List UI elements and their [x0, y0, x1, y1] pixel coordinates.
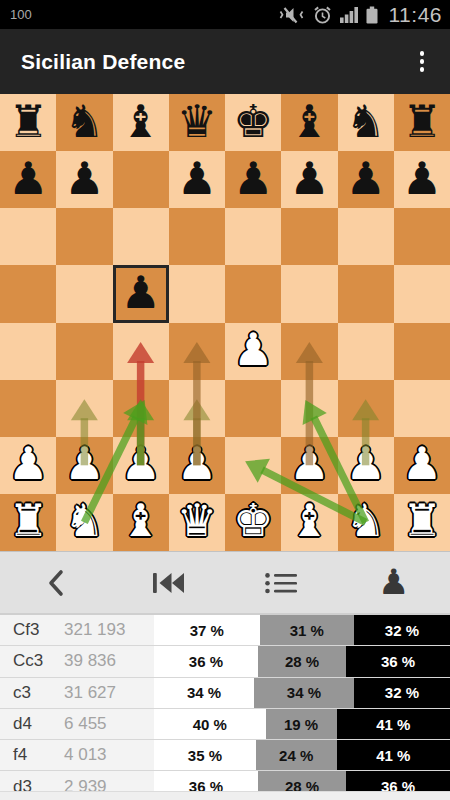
- win-percent: 34 %: [154, 678, 254, 708]
- result-bars: 37 %31 %32 %: [154, 615, 450, 645]
- white-bishop: ♝: [120, 498, 160, 543]
- square-e2[interactable]: [225, 437, 281, 494]
- white-knight: ♞: [64, 498, 104, 543]
- square-h3[interactable]: [394, 380, 450, 437]
- status-icons: 11:46: [278, 3, 443, 27]
- draw-percent: 19 %: [266, 709, 337, 739]
- games-count: 4 013: [64, 740, 154, 770]
- square-g6[interactable]: [338, 208, 394, 265]
- black-pawn: ♟: [233, 156, 273, 201]
- black-knight: ♞: [345, 99, 385, 144]
- white-pawn: ♟: [233, 327, 273, 372]
- square-h7[interactable]: ♟: [394, 151, 450, 208]
- square-f4[interactable]: [281, 323, 337, 380]
- move-list-button[interactable]: [225, 552, 338, 613]
- white-pawn: ♟: [8, 441, 48, 486]
- moves-table: Cf3321 19337 %31 %32 %Cc339 83636 %28 %3…: [0, 615, 450, 800]
- square-h4[interactable]: [394, 323, 450, 380]
- table-row-Cc3[interactable]: Cc339 83636 %28 %36 %: [0, 646, 450, 677]
- square-g1[interactable]: ♞: [338, 494, 394, 551]
- bottom-strip: [0, 791, 450, 800]
- square-b1[interactable]: ♞: [56, 494, 112, 551]
- black-bishop: ♝: [289, 99, 329, 144]
- draw-percent: 31 %: [260, 615, 354, 645]
- white-pawn: ♟: [345, 441, 385, 486]
- battery-icon: [366, 6, 378, 24]
- white-knight: ♞: [345, 498, 385, 543]
- games-count: 39 836: [64, 646, 154, 676]
- win-percent: 35 %: [154, 740, 256, 770]
- black-pawn: ♟: [64, 156, 104, 201]
- square-b7[interactable]: ♟: [56, 151, 112, 208]
- square-d6[interactable]: [169, 208, 225, 265]
- vibrate-muted-icon: [278, 5, 305, 25]
- result-bars: 35 %24 %41 %: [154, 740, 450, 770]
- square-g5[interactable]: [338, 265, 394, 322]
- games-count: 31 627: [64, 678, 154, 708]
- black-knight: ♞: [64, 99, 104, 144]
- screen: 100 11:: [0, 0, 450, 800]
- square-c1[interactable]: ♝: [113, 494, 169, 551]
- square-f5[interactable]: [281, 265, 337, 322]
- draw-percent: 24 %: [256, 740, 337, 770]
- back-button[interactable]: [0, 552, 113, 613]
- square-a4[interactable]: [0, 323, 56, 380]
- black-pawn: ♟: [289, 156, 329, 201]
- overflow-menu-icon: [420, 51, 425, 56]
- table-row-d4[interactable]: d46 45540 %19 %41 %: [0, 709, 450, 740]
- games-count: 6 455: [64, 709, 154, 739]
- loss-percent: 32 %: [354, 615, 450, 645]
- white-rook: ♜: [8, 498, 48, 543]
- square-c3[interactable]: [113, 380, 169, 437]
- square-h8[interactable]: ♜: [394, 94, 450, 151]
- white-pawn: ♟: [289, 441, 329, 486]
- square-a3[interactable]: [0, 380, 56, 437]
- square-e5[interactable]: [225, 265, 281, 322]
- square-d2[interactable]: ♟: [169, 437, 225, 494]
- square-h1[interactable]: ♜: [394, 494, 450, 551]
- app-bar: Sicilian Defence: [0, 29, 450, 94]
- status-bar: 100 11:: [0, 0, 450, 29]
- bulleted-list-icon: [264, 570, 298, 596]
- square-h5[interactable]: [394, 265, 450, 322]
- move-label: d4: [0, 709, 64, 739]
- move-label: Cf3: [0, 615, 64, 645]
- square-a2[interactable]: ♟: [0, 437, 56, 494]
- black-king: ♚: [233, 99, 273, 144]
- square-f2[interactable]: ♟: [281, 437, 337, 494]
- square-f6[interactable]: [281, 208, 337, 265]
- battery-percent-text: 100: [10, 7, 32, 22]
- square-e6[interactable]: [225, 208, 281, 265]
- black-pawn-icon: ♟: [378, 565, 409, 600]
- square-c5[interactable]: ♟: [113, 265, 169, 322]
- square-d3[interactable]: [169, 380, 225, 437]
- square-g8[interactable]: ♞: [338, 94, 394, 151]
- square-c6[interactable]: [113, 208, 169, 265]
- white-rook: ♜: [402, 498, 442, 543]
- square-c7[interactable]: [113, 151, 169, 208]
- square-d4[interactable]: [169, 323, 225, 380]
- games-count: 321 193: [64, 615, 154, 645]
- board-squares: ♜♞♝♛♚♝♞♜♟♟♟♟♟♟♟♟♟♟♟♟♟♟♟♟♜♞♝♛♚♝♞♜: [0, 94, 450, 551]
- move-label: c3: [0, 678, 64, 708]
- result-bars: 36 %28 %36 %: [154, 646, 450, 676]
- alarm-icon: [312, 5, 333, 25]
- skip-to-start-icon: [150, 570, 187, 596]
- square-e8[interactable]: ♚: [225, 94, 281, 151]
- loss-percent: 41 %: [337, 740, 450, 770]
- square-c2[interactable]: ♟: [113, 437, 169, 494]
- win-percent: 40 %: [154, 709, 266, 739]
- square-g2[interactable]: ♟: [338, 437, 394, 494]
- table-row-f4[interactable]: f44 01335 %24 %41 %: [0, 740, 450, 771]
- move-label: f4: [0, 740, 64, 770]
- square-f1[interactable]: ♝: [281, 494, 337, 551]
- square-h6[interactable]: [394, 208, 450, 265]
- square-b5[interactable]: [56, 265, 112, 322]
- square-e3[interactable]: [225, 380, 281, 437]
- square-f8[interactable]: ♝: [281, 94, 337, 151]
- white-pawn: ♟: [120, 441, 160, 486]
- black-rook: ♜: [402, 99, 442, 144]
- white-bishop: ♝: [289, 498, 329, 543]
- loss-percent: 36 %: [346, 646, 450, 676]
- result-bars: 40 %19 %41 %: [154, 709, 450, 739]
- white-pawn: ♟: [64, 441, 104, 486]
- loss-percent: 32 %: [354, 678, 450, 708]
- toolbar: ♟: [0, 551, 450, 613]
- signal-strength-icon: [340, 6, 359, 23]
- move-label: Cc3: [0, 646, 64, 676]
- white-pawn: ♟: [402, 441, 442, 486]
- square-b3[interactable]: [56, 380, 112, 437]
- skip-to-start-button[interactable]: [113, 552, 226, 613]
- black-bishop: ♝: [120, 99, 160, 144]
- overflow-menu-button[interactable]: [398, 29, 446, 94]
- black-rook: ♜: [8, 99, 48, 144]
- black-pawn: ♟: [8, 156, 48, 201]
- square-d8[interactable]: ♛: [169, 94, 225, 151]
- loss-percent: 41 %: [337, 709, 450, 739]
- square-g7[interactable]: ♟: [338, 151, 394, 208]
- square-e1[interactable]: ♚: [225, 494, 281, 551]
- square-d7[interactable]: ♟: [169, 151, 225, 208]
- table-row-Cf3[interactable]: Cf3321 19337 %31 %32 %: [0, 615, 450, 646]
- square-b8[interactable]: ♞: [56, 94, 112, 151]
- square-b2[interactable]: ♟: [56, 437, 112, 494]
- draw-percent: 34 %: [254, 678, 354, 708]
- chess-board: ♜♞♝♛♚♝♞♜♟♟♟♟♟♟♟♟♟♟♟♟♟♟♟♟♜♞♝♛♚♝♞♜: [0, 94, 450, 551]
- white-pawn: ♟: [177, 441, 217, 486]
- black-pawn: ♟: [402, 156, 442, 201]
- square-h2[interactable]: ♟: [394, 437, 450, 494]
- square-c4[interactable]: [113, 323, 169, 380]
- square-a8[interactable]: ♜: [0, 94, 56, 151]
- table-row-c3[interactable]: c331 62734 %34 %32 %: [0, 678, 450, 709]
- black-pawn: ♟: [120, 270, 160, 315]
- moves-table-wrap: Cf3321 19337 %31 %32 %Cc339 83636 %28 %3…: [0, 613, 450, 800]
- result-bars: 34 %34 %32 %: [154, 678, 450, 708]
- square-a1[interactable]: ♜: [0, 494, 56, 551]
- square-a7[interactable]: ♟: [0, 151, 56, 208]
- square-f7[interactable]: ♟: [281, 151, 337, 208]
- square-d1[interactable]: ♛: [169, 494, 225, 551]
- square-d5[interactable]: [169, 265, 225, 322]
- black-pawn: ♟: [177, 156, 217, 201]
- square-b4[interactable]: [56, 323, 112, 380]
- square-a6[interactable]: [0, 208, 56, 265]
- square-c8[interactable]: ♝: [113, 94, 169, 151]
- square-g3[interactable]: [338, 380, 394, 437]
- square-f3[interactable]: [281, 380, 337, 437]
- win-percent: 36 %: [154, 646, 258, 676]
- draw-percent: 28 %: [258, 646, 346, 676]
- page-title: Sicilian Defence: [21, 50, 185, 74]
- square-g4[interactable]: [338, 323, 394, 380]
- black-side-button[interactable]: ♟: [338, 552, 450, 613]
- square-e4[interactable]: ♟: [225, 323, 281, 380]
- white-queen: ♛: [177, 498, 217, 543]
- square-b6[interactable]: [56, 208, 112, 265]
- win-percent: 37 %: [154, 615, 260, 645]
- white-king: ♚: [233, 498, 273, 543]
- square-a5[interactable]: [0, 265, 56, 322]
- clock-text: 11:46: [389, 3, 443, 27]
- black-queen: ♛: [177, 99, 217, 144]
- black-pawn: ♟: [345, 156, 385, 201]
- chevron-left-icon: [45, 568, 67, 598]
- square-e7[interactable]: ♟: [225, 151, 281, 208]
